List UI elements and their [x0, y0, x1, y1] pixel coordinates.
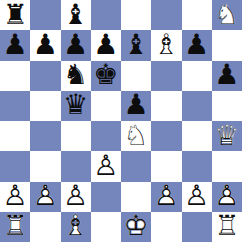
white-pawn-outline-icon: ♙	[61, 182, 91, 212]
square-g3[interactable]	[182, 151, 212, 181]
white-pawn-outline-icon: ♙	[91, 151, 121, 181]
black-king-icon: ♚	[91, 61, 121, 91]
black-pawn-icon: ♟	[182, 30, 212, 60]
square-d5[interactable]	[91, 91, 121, 121]
white-bishop-outline-icon: ♗	[151, 30, 181, 60]
square-c5[interactable]: ♛	[61, 91, 91, 121]
square-f5[interactable]	[151, 91, 181, 121]
square-d1[interactable]	[91, 212, 121, 242]
square-h2[interactable]: ♟♙	[212, 182, 242, 212]
square-e4[interactable]: ♞♘	[121, 121, 151, 151]
square-g7[interactable]: ♟	[182, 30, 212, 60]
black-pawn-icon: ♟	[121, 91, 151, 121]
piece-white-bishop[interactable]: ♝♗	[151, 30, 181, 60]
square-g4[interactable]	[182, 121, 212, 151]
piece-white-knight[interactable]: ♞♘	[121, 121, 151, 151]
white-knight-outline-icon: ♘	[212, 0, 242, 30]
white-pawn-outline-icon: ♙	[212, 182, 242, 212]
square-h6[interactable]: ♟	[212, 61, 242, 91]
square-e6[interactable]	[121, 61, 151, 91]
black-bishop-icon: ♝	[121, 30, 151, 60]
square-a6[interactable]	[0, 61, 30, 91]
square-h7[interactable]	[212, 30, 242, 60]
piece-black-pawn[interactable]: ♟	[182, 30, 212, 60]
black-pawn-icon: ♟	[30, 30, 60, 60]
square-c7[interactable]: ♟	[61, 30, 91, 60]
square-b8[interactable]	[30, 0, 60, 30]
square-f7[interactable]: ♝♗	[151, 30, 181, 60]
square-f1[interactable]	[151, 212, 181, 242]
piece-black-pawn[interactable]: ♟	[121, 91, 151, 121]
square-d2[interactable]	[91, 182, 121, 212]
square-a5[interactable]	[0, 91, 30, 121]
square-g2[interactable]: ♟♙	[182, 182, 212, 212]
square-g1[interactable]	[182, 212, 212, 242]
square-e2[interactable]	[121, 182, 151, 212]
square-a8[interactable]: ♜	[0, 0, 30, 30]
square-c6[interactable]: ♞	[61, 61, 91, 91]
square-b2[interactable]: ♟♙	[30, 182, 60, 212]
white-pawn-outline-icon: ♙	[182, 182, 212, 212]
white-pawn-outline-icon: ♙	[30, 182, 60, 212]
white-bishop-outline-icon: ♗	[61, 212, 91, 242]
square-f3[interactable]	[151, 151, 181, 181]
piece-white-queen[interactable]: ♛♕	[212, 121, 242, 151]
piece-black-bishop[interactable]: ♝	[61, 0, 91, 30]
black-knight-icon: ♞	[61, 61, 91, 91]
square-h5[interactable]	[212, 91, 242, 121]
square-b4[interactable]	[30, 121, 60, 151]
square-d8[interactable]	[91, 0, 121, 30]
piece-black-pawn[interactable]: ♟	[91, 30, 121, 60]
piece-white-pawn[interactable]: ♟♙	[30, 182, 60, 212]
square-a3[interactable]	[0, 151, 30, 181]
square-b3[interactable]	[30, 151, 60, 181]
piece-white-king[interactable]: ♚♔	[121, 212, 151, 242]
square-g6[interactable]	[182, 61, 212, 91]
chess-board-container: ♜♝♞♘♟♟♟♟♝♝♗♟♞♚♟♛♟♞♘♛♕♟♙♟♙♟♙♟♙♟♙♟♙♟♙♜♖♝♗♚…	[0, 0, 242, 242]
square-a7[interactable]: ♟	[0, 30, 30, 60]
piece-black-queen[interactable]: ♛	[61, 91, 91, 121]
black-pawn-icon: ♟	[0, 30, 30, 60]
piece-black-pawn[interactable]: ♟	[212, 61, 242, 91]
square-d6[interactable]: ♚	[91, 61, 121, 91]
piece-black-pawn[interactable]: ♟	[30, 30, 60, 60]
black-pawn-icon: ♟	[212, 61, 242, 91]
piece-white-pawn[interactable]: ♟♙	[212, 182, 242, 212]
white-rook-outline-icon: ♖	[212, 212, 242, 242]
square-c3[interactable]	[61, 151, 91, 181]
square-d7[interactable]: ♟	[91, 30, 121, 60]
square-b7[interactable]: ♟	[30, 30, 60, 60]
square-c4[interactable]	[61, 121, 91, 151]
piece-white-pawn[interactable]: ♟♙	[182, 182, 212, 212]
white-rook-outline-icon: ♖	[0, 212, 30, 242]
piece-white-rook[interactable]: ♜♖	[212, 212, 242, 242]
square-g8[interactable]	[182, 0, 212, 30]
black-bishop-icon: ♝	[61, 0, 91, 30]
piece-white-bishop[interactable]: ♝♗	[61, 212, 91, 242]
piece-black-pawn[interactable]: ♟	[61, 30, 91, 60]
square-b1[interactable]	[30, 212, 60, 242]
square-e3[interactable]	[121, 151, 151, 181]
square-d3[interactable]: ♟♙	[91, 151, 121, 181]
square-f6[interactable]	[151, 61, 181, 91]
square-h3[interactable]	[212, 151, 242, 181]
black-queen-icon: ♛	[61, 91, 91, 121]
square-f2[interactable]: ♟♙	[151, 182, 181, 212]
square-c2[interactable]: ♟♙	[61, 182, 91, 212]
piece-black-rook[interactable]: ♜	[0, 0, 30, 30]
square-c8[interactable]: ♝	[61, 0, 91, 30]
square-a1[interactable]: ♜♖	[0, 212, 30, 242]
square-h4[interactable]: ♛♕	[212, 121, 242, 151]
square-a2[interactable]: ♟♙	[0, 182, 30, 212]
white-knight-outline-icon: ♘	[121, 121, 151, 151]
black-pawn-icon: ♟	[91, 30, 121, 60]
square-e1[interactable]: ♚♔	[121, 212, 151, 242]
piece-white-knight[interactable]: ♞♘	[212, 0, 242, 30]
piece-white-pawn[interactable]: ♟♙	[91, 151, 121, 181]
square-c1[interactable]: ♝♗	[61, 212, 91, 242]
piece-white-rook[interactable]: ♜♖	[0, 212, 30, 242]
piece-white-pawn[interactable]: ♟♙	[151, 182, 181, 212]
square-e8[interactable]	[121, 0, 151, 30]
piece-black-pawn[interactable]: ♟	[0, 30, 30, 60]
white-pawn-outline-icon: ♙	[0, 182, 30, 212]
piece-white-pawn[interactable]: ♟♙	[61, 182, 91, 212]
black-rook-icon: ♜	[0, 0, 30, 30]
square-e7[interactable]: ♝	[121, 30, 151, 60]
square-a4[interactable]	[0, 121, 30, 151]
square-b6[interactable]	[30, 61, 60, 91]
white-king-outline-icon: ♔	[121, 212, 151, 242]
square-d4[interactable]	[91, 121, 121, 151]
square-f8[interactable]	[151, 0, 181, 30]
piece-black-knight[interactable]: ♞	[61, 61, 91, 91]
square-g5[interactable]	[182, 91, 212, 121]
square-h8[interactable]: ♞♘	[212, 0, 242, 30]
square-h1[interactable]: ♜♖	[212, 212, 242, 242]
chess-board: ♜♝♞♘♟♟♟♟♝♝♗♟♞♚♟♛♟♞♘♛♕♟♙♟♙♟♙♟♙♟♙♟♙♟♙♜♖♝♗♚…	[0, 0, 242, 242]
square-b5[interactable]	[30, 91, 60, 121]
white-queen-outline-icon: ♕	[212, 121, 242, 151]
piece-black-bishop[interactable]: ♝	[121, 30, 151, 60]
square-f4[interactable]	[151, 121, 181, 151]
piece-black-king[interactable]: ♚	[91, 61, 121, 91]
square-e5[interactable]: ♟	[121, 91, 151, 121]
piece-white-pawn[interactable]: ♟♙	[0, 182, 30, 212]
black-pawn-icon: ♟	[61, 30, 91, 60]
white-pawn-outline-icon: ♙	[151, 182, 181, 212]
